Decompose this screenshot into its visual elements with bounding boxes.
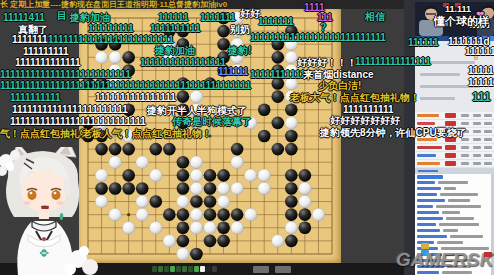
stone-black — [217, 235, 230, 248]
stone-black — [271, 117, 284, 130]
stone-black — [95, 38, 108, 51]
stone-black — [136, 182, 149, 195]
rank-name — [417, 154, 436, 157]
rank-name — [417, 162, 440, 165]
stone-black — [177, 156, 190, 169]
stone-white — [149, 221, 162, 234]
stone-black — [177, 182, 190, 195]
stone-black — [122, 64, 135, 77]
stone-white — [136, 208, 149, 221]
stone-white — [271, 235, 284, 248]
stone-black — [122, 182, 135, 195]
rank-value — [461, 138, 469, 141]
info-panel: 甘 — [415, 41, 494, 112]
stone-white — [258, 169, 271, 182]
rank-value — [473, 130, 481, 133]
stone-black — [299, 221, 312, 234]
danmaku-comment: 相信 — [365, 12, 385, 22]
stone-black — [285, 25, 298, 38]
stone-white — [109, 103, 122, 116]
stone-black — [122, 143, 135, 156]
stone-black — [95, 77, 108, 90]
stone-white — [190, 182, 203, 195]
stone-black — [177, 103, 190, 116]
rank-row[interactable] — [415, 152, 494, 160]
stone-black — [231, 208, 244, 221]
stone-black — [285, 130, 298, 143]
stone-black — [258, 103, 271, 116]
rank-table[interactable] — [415, 112, 494, 168]
stone-black — [177, 38, 190, 51]
stone-white — [244, 208, 257, 221]
rank-value — [473, 154, 481, 157]
chat-username — [417, 223, 436, 226]
rank-value — [484, 146, 492, 149]
rank-value — [461, 162, 469, 165]
rank-badge — [445, 161, 456, 166]
stone-white — [299, 195, 312, 208]
rank-value — [484, 122, 492, 125]
stone-black — [204, 77, 217, 90]
stone-black — [217, 51, 230, 64]
banner-text: 长 定期上加重----捷豹现在盘面日王道指明期·11总督捷豹加油lv0 — [0, 0, 227, 9]
stone-black — [231, 143, 244, 156]
chat-text — [450, 235, 483, 238]
stone-black — [177, 77, 190, 90]
stone-white — [190, 169, 203, 182]
rank-name — [417, 114, 439, 117]
stone-white — [163, 51, 176, 64]
rank-value — [473, 162, 481, 165]
stone-black — [204, 208, 217, 221]
stone-white — [204, 221, 217, 234]
toolbar-button[interactable] — [188, 266, 193, 272]
stone-white — [122, 221, 135, 234]
stone-black — [271, 90, 284, 103]
stone-black — [109, 182, 122, 195]
rank-value — [484, 138, 492, 141]
panel-line — [420, 73, 460, 76]
stone-black — [177, 25, 190, 38]
rank-value — [484, 130, 492, 133]
stone-black — [204, 169, 217, 182]
stone-white — [95, 117, 108, 130]
rank-value — [484, 114, 492, 117]
toolbar-button[interactable] — [152, 266, 157, 272]
stone-white — [95, 103, 108, 116]
stone-black — [285, 195, 298, 208]
toolbar-button[interactable] — [170, 266, 175, 272]
danmaku-comment: 真翻了 — [18, 25, 48, 35]
stone-white — [231, 51, 244, 64]
stone-white — [136, 156, 149, 169]
stone-white — [312, 208, 325, 221]
stone-white — [190, 156, 203, 169]
stone-black — [271, 77, 284, 90]
toolbar-button[interactable] — [164, 266, 169, 272]
video-badge — [455, 3, 461, 7]
chat-text — [448, 199, 470, 202]
rank-badge — [445, 153, 456, 158]
rank-name — [417, 138, 437, 141]
chat-text — [444, 187, 456, 190]
stone-white — [109, 77, 122, 90]
stone-black — [163, 25, 176, 38]
toolbar-button[interactable] — [212, 266, 217, 272]
rank-row[interactable] — [415, 136, 494, 144]
rank-row[interactable] — [415, 144, 494, 152]
stone-black — [122, 103, 135, 116]
stone-white — [285, 51, 298, 64]
rank-value — [473, 138, 481, 141]
stone-white — [231, 38, 244, 51]
panel-badge: 甘 — [473, 54, 479, 60]
top-banner: 长 定期上加重----捷豹现在盘面日王道指明期·11总督捷豹加油lv0 — [0, 0, 404, 9]
stone-white — [299, 182, 312, 195]
stone-black — [109, 38, 122, 51]
rank-badge — [445, 129, 456, 134]
danmaku-comment: 1111111111 — [343, 105, 394, 115]
stone-black — [204, 182, 217, 195]
stone-black — [82, 130, 95, 143]
toolbar-button[interactable] — [176, 266, 181, 272]
stone-black — [109, 143, 122, 156]
stone-white — [285, 64, 298, 77]
chat-username — [417, 229, 440, 232]
stone-black — [190, 248, 203, 261]
stone-black — [285, 169, 298, 182]
danmaku-comment: 111111111 — [23, 47, 69, 57]
chat-text — [436, 205, 481, 208]
stone-black — [299, 169, 312, 182]
rank-value — [461, 146, 469, 149]
toolbar-button[interactable] — [253, 266, 269, 273]
stone-black — [271, 143, 284, 156]
stone-black — [271, 64, 284, 77]
stone-black — [217, 221, 230, 234]
danmaku-comment: 1111111111111 — [15, 58, 81, 68]
danmaku-comment: 1111111111 — [10, 93, 61, 103]
stone-white — [190, 117, 203, 130]
stone-white — [285, 38, 298, 51]
rank-value — [473, 114, 481, 117]
chat-text — [443, 229, 458, 232]
rank-badge — [445, 145, 456, 150]
rank-value — [461, 122, 469, 125]
stone-white — [285, 77, 298, 90]
chat-username — [417, 199, 445, 202]
toolbar-button[interactable] — [206, 266, 211, 272]
rank-badge — [445, 113, 456, 118]
stone-black — [122, 51, 135, 64]
stone-white — [217, 182, 230, 195]
stone-white — [109, 156, 122, 169]
video-badge — [443, 3, 449, 7]
stone-black — [122, 169, 135, 182]
stream-stage: 长 定期上加重----捷豹现在盘面日王道指明期·11总督捷豹加油lv0 — [0, 0, 494, 275]
stone-black — [217, 64, 230, 77]
chat-username — [417, 187, 441, 190]
stone-black — [177, 208, 190, 221]
chat-text — [446, 217, 474, 220]
danmaku-comment: 11111411 — [3, 13, 45, 23]
watermark-accent — [484, 252, 492, 257]
stone-black — [271, 38, 284, 51]
rank-value — [484, 154, 492, 157]
emote-icon — [441, 19, 448, 26]
panel-line — [420, 97, 455, 100]
rank-badge — [445, 121, 456, 126]
rank-name — [417, 122, 435, 125]
chat-username — [417, 193, 437, 196]
stone-black — [217, 12, 230, 25]
panel-line — [420, 85, 480, 88]
stone-white — [163, 235, 176, 248]
rank-row[interactable] — [415, 160, 494, 168]
stone-white — [285, 117, 298, 130]
chat-text — [439, 223, 479, 226]
rank-row[interactable] — [415, 120, 494, 128]
stone-black — [217, 25, 230, 38]
chat-text — [442, 211, 460, 214]
danmaku-comment: 11111111 — [12, 35, 53, 45]
stone-white — [190, 90, 203, 103]
rank-row[interactable] — [415, 112, 494, 120]
stone-black — [217, 169, 230, 182]
chat-username — [417, 211, 439, 214]
chat-username — [417, 235, 447, 238]
stone-black — [204, 195, 217, 208]
toolbar-button[interactable] — [182, 266, 187, 272]
stone-white — [190, 208, 203, 221]
stone-black — [82, 77, 95, 90]
rank-name — [417, 130, 441, 133]
rank-row[interactable] — [415, 128, 494, 136]
chat-username — [417, 181, 435, 184]
stone-white — [109, 64, 122, 77]
chat-username — [417, 271, 439, 274]
stone-white — [231, 12, 244, 25]
stone-black — [285, 235, 298, 248]
system-message-chip — [417, 175, 443, 179]
toolbar-button[interactable] — [200, 266, 205, 272]
right-sidebar: 甘 — [404, 0, 494, 275]
stone-white — [109, 208, 122, 221]
stone-black — [285, 103, 298, 116]
stone-black — [149, 143, 162, 156]
chat-username — [417, 217, 443, 220]
stone-white — [109, 90, 122, 103]
stone-black — [190, 195, 203, 208]
stone-black — [95, 130, 108, 143]
rank-name — [417, 146, 442, 149]
stone-white — [244, 169, 257, 182]
stone-white — [95, 51, 108, 64]
stone-white — [231, 64, 244, 77]
toolbar-button[interactable] — [194, 266, 199, 272]
chat-username — [417, 205, 433, 208]
rank-badge — [445, 137, 456, 142]
chat-text — [442, 271, 472, 274]
stone-black — [285, 143, 298, 156]
stone-black — [258, 130, 271, 143]
stone-white — [163, 38, 176, 51]
stone-white — [177, 248, 190, 261]
stone-black — [271, 51, 284, 64]
rank-value — [484, 162, 492, 165]
rank-value — [461, 130, 469, 133]
stone-white — [122, 130, 135, 143]
chat-text — [437, 241, 463, 244]
stone-white — [244, 117, 257, 130]
vtuber-avatar — [0, 147, 108, 275]
stone-black — [177, 90, 190, 103]
stone-white — [136, 195, 149, 208]
stone-black — [149, 195, 162, 208]
stone-white — [190, 221, 203, 234]
rank-value — [473, 122, 481, 125]
stone-black — [82, 117, 95, 130]
stone-white — [231, 221, 244, 234]
site-watermark: GAMERSKY — [396, 249, 494, 271]
stone-black — [285, 182, 298, 195]
danmaku-comment: 目 — [57, 11, 67, 21]
stone-white — [258, 182, 271, 195]
stone-black — [299, 208, 312, 221]
stone-white — [190, 103, 203, 116]
stone-white — [109, 51, 122, 64]
stone-white — [285, 221, 298, 234]
stone-black — [163, 143, 176, 156]
stone-white — [285, 90, 298, 103]
stone-black — [177, 235, 190, 248]
stone-black — [204, 235, 217, 248]
stone-white — [231, 156, 244, 169]
stone-white — [177, 195, 190, 208]
commentator-video[interactable] — [415, 2, 494, 36]
toolbar-button[interactable] — [158, 266, 163, 272]
chat-text — [438, 181, 468, 184]
chat-text — [440, 193, 478, 196]
stone-white — [149, 169, 162, 182]
go-board[interactable] — [79, 9, 341, 263]
stone-white — [231, 182, 244, 195]
stone-black — [217, 38, 230, 51]
stone-white — [217, 195, 230, 208]
stone-black — [163, 208, 176, 221]
stone-black — [217, 208, 230, 221]
stone-black — [177, 117, 190, 130]
stone-black — [177, 169, 190, 182]
toolbar-button[interactable] — [275, 266, 291, 273]
stone-black — [285, 208, 298, 221]
go-board-grid — [79, 9, 341, 263]
panel-line — [420, 61, 475, 64]
rank-value — [461, 154, 469, 157]
rank-value — [461, 114, 469, 117]
stone-white — [231, 25, 244, 38]
rank-value — [473, 146, 481, 149]
stone-black — [177, 221, 190, 234]
